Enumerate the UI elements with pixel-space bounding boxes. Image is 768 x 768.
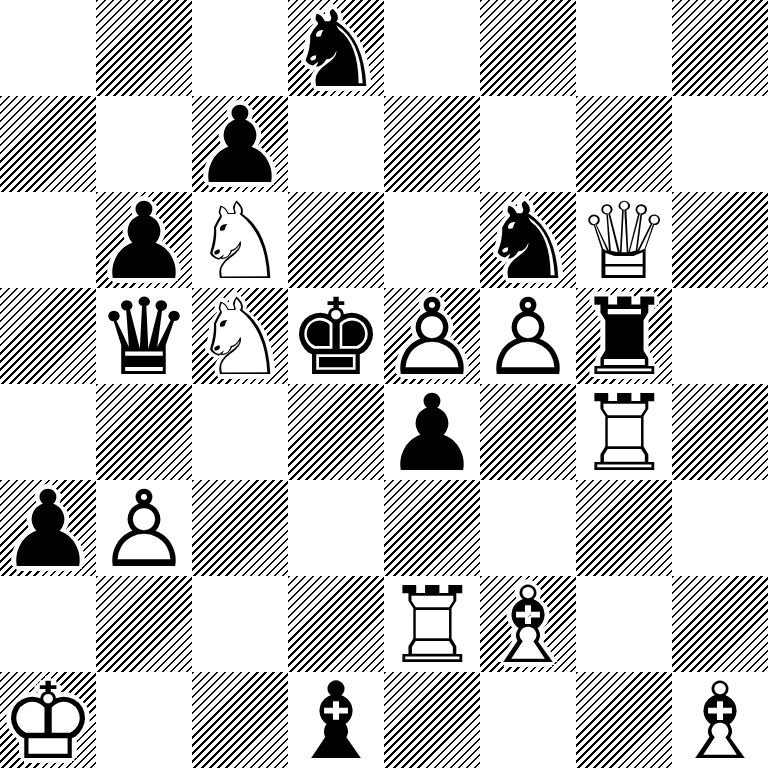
square-h1[interactable]: ♝♗ (672, 672, 768, 768)
square-h8[interactable] (672, 0, 768, 96)
square-a7[interactable] (0, 96, 96, 192)
square-d4[interactable] (288, 384, 384, 480)
square-c4[interactable] (192, 384, 288, 480)
square-b3[interactable]: ♟♙ (96, 480, 192, 576)
square-b5[interactable]: ♛♛ (96, 288, 192, 384)
piece-glyph: ♖ (576, 386, 672, 482)
piece-glyph: ♘ (192, 290, 288, 386)
square-b2[interactable] (96, 576, 192, 672)
square-e1[interactable] (384, 672, 480, 768)
white-pawn[interactable]: ♟♙ (384, 288, 480, 384)
square-h5[interactable] (672, 288, 768, 384)
piece-glyph: ♟ (384, 386, 480, 482)
white-king[interactable]: ♚♔ (0, 672, 96, 768)
square-g8[interactable] (576, 0, 672, 96)
piece-glyph: ♔ (0, 674, 96, 768)
square-b1[interactable] (96, 672, 192, 768)
black-pawn[interactable]: ♟♟ (0, 480, 96, 576)
white-queen[interactable]: ♛♕ (576, 192, 672, 288)
square-e5[interactable]: ♟♙ (384, 288, 480, 384)
black-knight[interactable]: ♞♞ (288, 0, 384, 96)
piece-glyph: ♖ (384, 578, 480, 674)
white-rook[interactable]: ♜♖ (384, 576, 480, 672)
piece-glyph: ♙ (96, 482, 192, 578)
chess-board: ♞♞♟♟♟♟♞♘♞♞♛♕♛♛♞♘♚♚♟♙♟♙♜♜♟♟♜♖♟♟♟♙♜♖♝♗♚♔♝♝… (0, 0, 768, 768)
square-e7[interactable] (384, 96, 480, 192)
square-h4[interactable] (672, 384, 768, 480)
square-d2[interactable] (288, 576, 384, 672)
square-d5[interactable]: ♚♚ (288, 288, 384, 384)
white-bishop[interactable]: ♝♗ (672, 672, 768, 768)
square-h2[interactable] (672, 576, 768, 672)
piece-glyph: ♗ (672, 674, 768, 768)
square-f5[interactable]: ♟♙ (480, 288, 576, 384)
black-bishop[interactable]: ♝♝ (288, 672, 384, 768)
square-f6[interactable]: ♞♞ (480, 192, 576, 288)
square-f8[interactable] (480, 0, 576, 96)
black-queen[interactable]: ♛♛ (96, 288, 192, 384)
square-g7[interactable] (576, 96, 672, 192)
square-b6[interactable]: ♟♟ (96, 192, 192, 288)
square-e2[interactable]: ♜♖ (384, 576, 480, 672)
square-d3[interactable] (288, 480, 384, 576)
square-e6[interactable] (384, 192, 480, 288)
square-c7[interactable]: ♟♟ (192, 96, 288, 192)
square-a1[interactable]: ♚♔ (0, 672, 96, 768)
square-e3[interactable] (384, 480, 480, 576)
piece-glyph: ♛ (96, 290, 192, 386)
square-c8[interactable] (192, 0, 288, 96)
piece-glyph: ♞ (288, 2, 384, 98)
white-rook[interactable]: ♜♖ (576, 384, 672, 480)
square-f2[interactable]: ♝♗ (480, 576, 576, 672)
black-knight[interactable]: ♞♞ (480, 192, 576, 288)
square-h6[interactable] (672, 192, 768, 288)
square-d1[interactable]: ♝♝ (288, 672, 384, 768)
square-b4[interactable] (96, 384, 192, 480)
square-f1[interactable] (480, 672, 576, 768)
white-pawn[interactable]: ♟♙ (96, 480, 192, 576)
square-h7[interactable] (672, 96, 768, 192)
square-g5[interactable]: ♜♜ (576, 288, 672, 384)
square-b7[interactable] (96, 96, 192, 192)
black-rook[interactable]: ♜♜ (576, 288, 672, 384)
square-c2[interactable] (192, 576, 288, 672)
square-d6[interactable] (288, 192, 384, 288)
black-pawn[interactable]: ♟♟ (96, 192, 192, 288)
square-d7[interactable] (288, 96, 384, 192)
square-c5[interactable]: ♞♘ (192, 288, 288, 384)
square-a8[interactable] (0, 0, 96, 96)
black-king[interactable]: ♚♚ (288, 288, 384, 384)
white-pawn[interactable]: ♟♙ (480, 288, 576, 384)
square-f7[interactable] (480, 96, 576, 192)
square-e4[interactable]: ♟♟ (384, 384, 480, 480)
square-g3[interactable] (576, 480, 672, 576)
square-g4[interactable]: ♜♖ (576, 384, 672, 480)
white-knight[interactable]: ♞♘ (192, 288, 288, 384)
square-a6[interactable] (0, 192, 96, 288)
square-a3[interactable]: ♟♟ (0, 480, 96, 576)
square-c1[interactable] (192, 672, 288, 768)
square-d8[interactable]: ♞♞ (288, 0, 384, 96)
square-f3[interactable] (480, 480, 576, 576)
black-pawn[interactable]: ♟♟ (192, 96, 288, 192)
square-g2[interactable] (576, 576, 672, 672)
piece-glyph: ♗ (480, 578, 576, 674)
piece-glyph: ♟ (0, 482, 96, 578)
square-g1[interactable] (576, 672, 672, 768)
piece-glyph: ♙ (480, 290, 576, 386)
square-e8[interactable] (384, 0, 480, 96)
square-g6[interactable]: ♛♕ (576, 192, 672, 288)
square-a2[interactable] (0, 576, 96, 672)
square-a5[interactable] (0, 288, 96, 384)
piece-glyph: ♝ (288, 674, 384, 768)
square-a4[interactable] (0, 384, 96, 480)
square-b8[interactable] (96, 0, 192, 96)
square-f4[interactable] (480, 384, 576, 480)
square-c6[interactable]: ♞♘ (192, 192, 288, 288)
square-c3[interactable] (192, 480, 288, 576)
square-h3[interactable] (672, 480, 768, 576)
white-bishop[interactable]: ♝♗ (480, 576, 576, 672)
black-pawn[interactable]: ♟♟ (384, 384, 480, 480)
white-knight[interactable]: ♞♘ (192, 192, 288, 288)
piece-glyph: ♚ (288, 290, 384, 386)
